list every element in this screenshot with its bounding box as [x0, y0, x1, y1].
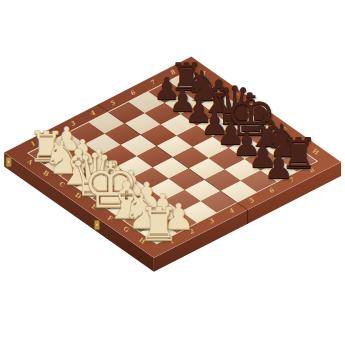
piece-black-pawn[interactable]: ♟ — [263, 150, 293, 184]
chess-set-scene: AABBCCDDEEFFGGHH1122334455667788 ♜♞♝♛♚♝♞… — [0, 0, 345, 345]
rank-label-4-left: 4 — [89, 108, 97, 117]
rank-label-6-left: 6 — [129, 88, 137, 97]
felt-base — [147, 239, 171, 242]
brass-clasp-pin-2 — [96, 224, 98, 226]
felt-base — [270, 176, 288, 179]
rank-label-5-left: 5 — [109, 98, 116, 106]
rank-label-3-right: 3 — [208, 217, 215, 225]
rank-label-4-right: 4 — [228, 206, 236, 215]
brass-clasp-pin-1 — [8, 161, 10, 163]
rank-label-5-right: 5 — [248, 196, 255, 204]
piece-white-rook[interactable]: ♜ — [138, 201, 179, 247]
rank-label-6-right: 6 — [268, 186, 276, 195]
